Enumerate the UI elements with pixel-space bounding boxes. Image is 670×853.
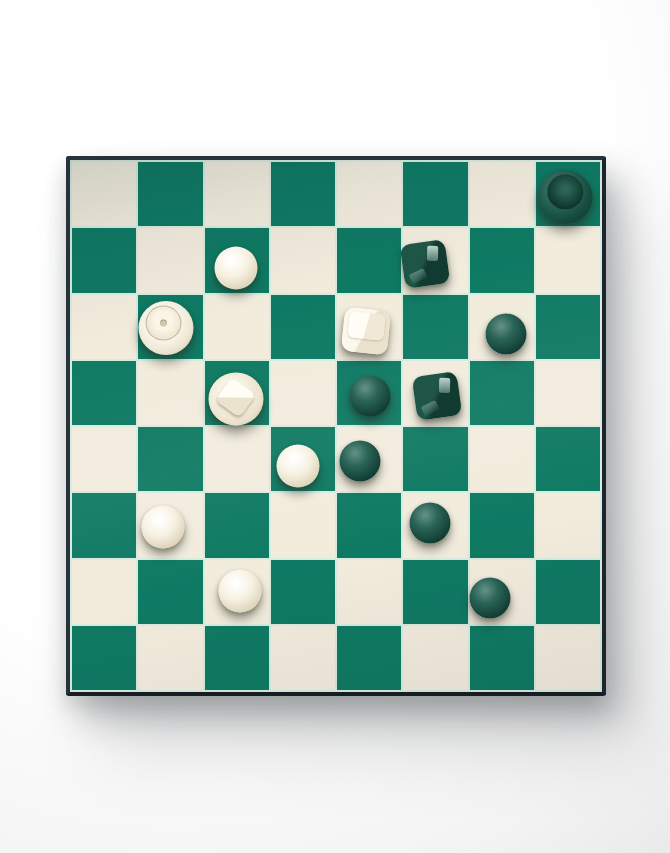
dark-knight-cube — [400, 239, 451, 289]
white-pawn-ball — [214, 247, 257, 290]
square-d4 — [271, 427, 335, 491]
square-a3 — [72, 493, 136, 557]
square-d8 — [271, 162, 335, 226]
square-f4 — [403, 427, 467, 491]
square-b4 — [138, 427, 202, 491]
square-e7 — [337, 228, 401, 292]
square-f6 — [403, 295, 467, 359]
square-b1 — [138, 626, 202, 690]
square-b7 — [138, 228, 202, 292]
square-h4 — [536, 427, 600, 491]
square-c5 — [205, 361, 269, 425]
square-e3 — [337, 493, 401, 557]
square-e1 — [337, 626, 401, 690]
square-h5 — [536, 361, 600, 425]
white-pawn-ball — [276, 445, 319, 488]
square-f5 — [403, 361, 467, 425]
dark-pawn-ball — [485, 313, 526, 354]
dark-pawn-ball — [469, 577, 510, 618]
square-f2 — [403, 560, 467, 624]
square-g5 — [470, 361, 534, 425]
board-grid — [70, 160, 602, 692]
square-h6 — [536, 295, 600, 359]
square-h3 — [536, 493, 600, 557]
square-d1 — [271, 626, 335, 690]
square-a4 — [72, 427, 136, 491]
square-a6 — [72, 295, 136, 359]
square-h8 — [536, 162, 600, 226]
square-c3 — [205, 493, 269, 557]
square-b3 — [138, 493, 202, 557]
square-a1 — [72, 626, 136, 690]
square-e5 — [337, 361, 401, 425]
square-e4 — [337, 427, 401, 491]
white-rook-cylinder — [139, 301, 194, 355]
white-knight-cube — [341, 306, 391, 355]
square-g1 — [470, 626, 534, 690]
square-c4 — [205, 427, 269, 491]
square-c2 — [205, 560, 269, 624]
square-b8 — [138, 162, 202, 226]
square-a8 — [72, 162, 136, 226]
square-b5 — [138, 361, 202, 425]
square-b2 — [138, 560, 202, 624]
square-d2 — [271, 560, 335, 624]
square-d6 — [271, 295, 335, 359]
square-e2 — [337, 560, 401, 624]
square-g4 — [470, 427, 534, 491]
square-e8 — [337, 162, 401, 226]
white-pawn-ball — [218, 569, 261, 612]
square-f3 — [403, 493, 467, 557]
square-g8 — [470, 162, 534, 226]
square-g6 — [470, 295, 534, 359]
dark-pawn-ball — [350, 375, 391, 416]
square-g2 — [470, 560, 534, 624]
square-c1 — [205, 626, 269, 690]
square-g7 — [470, 228, 534, 292]
square-g3 — [470, 493, 534, 557]
chess-board — [66, 156, 606, 696]
square-h2 — [536, 560, 600, 624]
square-e6 — [337, 295, 401, 359]
square-h7 — [536, 228, 600, 292]
square-d7 — [271, 228, 335, 292]
square-b6 — [138, 295, 202, 359]
square-h1 — [536, 626, 600, 690]
square-a5 — [72, 361, 136, 425]
square-d3 — [271, 493, 335, 557]
square-a2 — [72, 560, 136, 624]
dark-pawn-ball — [410, 503, 451, 544]
square-c7 — [205, 228, 269, 292]
photo-background — [0, 0, 670, 853]
square-f7 — [403, 228, 467, 292]
square-c8 — [205, 162, 269, 226]
square-d5 — [271, 361, 335, 425]
square-f1 — [403, 626, 467, 690]
square-c6 — [205, 295, 269, 359]
dark-knight-cube — [412, 371, 463, 421]
square-a7 — [72, 228, 136, 292]
dark-rook-cylinder — [537, 170, 592, 224]
square-f8 — [403, 162, 467, 226]
white-pawn-ball — [142, 506, 185, 549]
dark-pawn-ball — [340, 441, 381, 482]
white-king-cube-on-cylinder — [208, 372, 263, 425]
